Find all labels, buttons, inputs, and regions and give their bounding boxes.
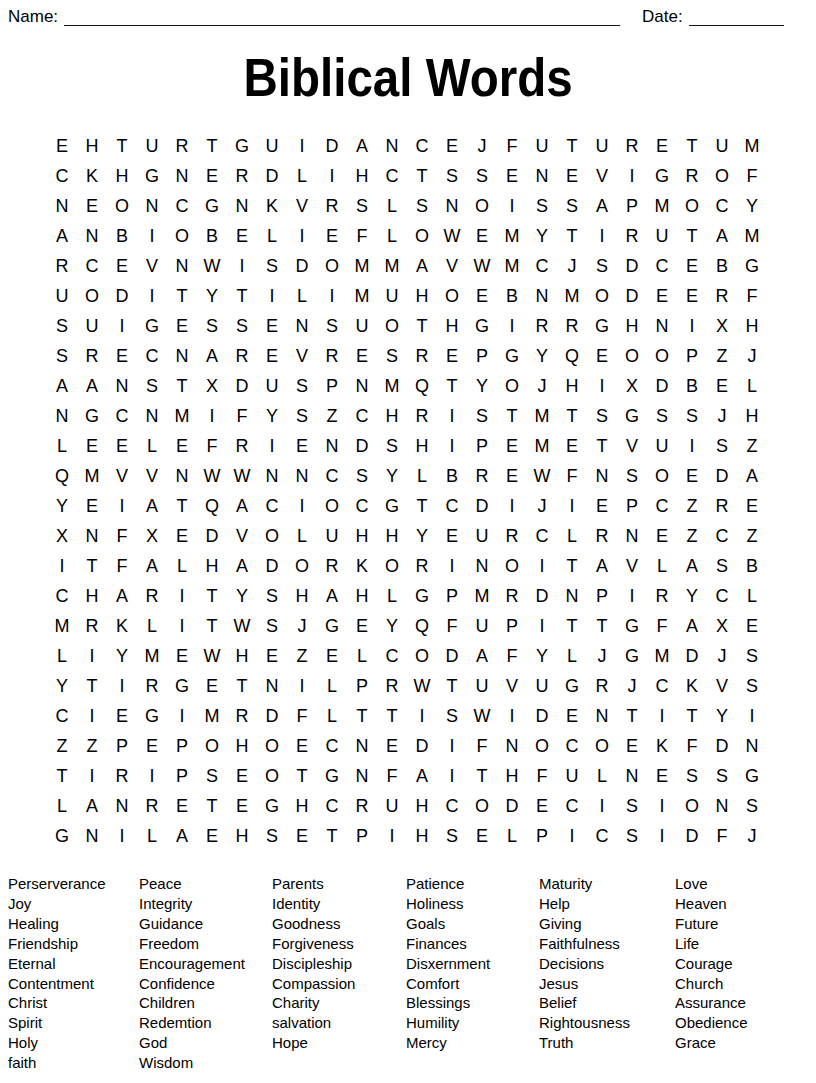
grid-cell-r14c6[interactable]: D: [197, 521, 227, 551]
grid-cell-r15c15[interactable]: N: [467, 551, 497, 581]
grid-cell-r20c10[interactable]: L: [317, 701, 347, 731]
grid-cell-r11c11[interactable]: D: [347, 431, 377, 461]
grid-cell-r21c23[interactable]: D: [707, 731, 737, 761]
grid-cell-r22c11[interactable]: N: [347, 761, 377, 791]
grid-cell-r13c14[interactable]: C: [437, 491, 467, 521]
grid-cell-r13c7[interactable]: A: [227, 491, 257, 521]
grid-cell-r9c18[interactable]: H: [557, 371, 587, 401]
grid-cell-r4c12[interactable]: L: [377, 221, 407, 251]
grid-cell-r24c17[interactable]: P: [527, 821, 557, 851]
grid-cell-r23c3[interactable]: N: [107, 791, 137, 821]
grid-cell-r16c20[interactable]: I: [617, 581, 647, 611]
grid-cell-r12c21[interactable]: O: [647, 461, 677, 491]
grid-cell-r21c17[interactable]: O: [527, 731, 557, 761]
grid-cell-r20c4[interactable]: G: [137, 701, 167, 731]
grid-cell-r6c3[interactable]: D: [107, 281, 137, 311]
grid-cell-r18c20[interactable]: G: [617, 641, 647, 671]
grid-cell-r7c17[interactable]: R: [527, 311, 557, 341]
grid-cell-r17c14[interactable]: F: [437, 611, 467, 641]
grid-cell-r23c12[interactable]: U: [377, 791, 407, 821]
grid-cell-r6c20[interactable]: D: [617, 281, 647, 311]
grid-cell-r6c15[interactable]: E: [467, 281, 497, 311]
grid-cell-r18c16[interactable]: F: [497, 641, 527, 671]
grid-cell-r21c3[interactable]: P: [107, 731, 137, 761]
grid-cell-r3c18[interactable]: S: [557, 191, 587, 221]
grid-cell-r10c15[interactable]: S: [467, 401, 497, 431]
grid-cell-r10c9[interactable]: S: [287, 401, 317, 431]
grid-cell-r4c19[interactable]: I: [587, 221, 617, 251]
grid-cell-r10c10[interactable]: Z: [317, 401, 347, 431]
grid-cell-r1c10[interactable]: D: [317, 131, 347, 161]
grid-cell-r4c8[interactable]: L: [257, 221, 287, 251]
grid-cell-r12c13[interactable]: L: [407, 461, 437, 491]
grid-cell-r1c13[interactable]: C: [407, 131, 437, 161]
grid-cell-r8c9[interactable]: V: [287, 341, 317, 371]
grid-cell-r18c14[interactable]: D: [437, 641, 467, 671]
grid-cell-r13c8[interactable]: C: [257, 491, 287, 521]
grid-cell-r2c16[interactable]: E: [497, 161, 527, 191]
grid-cell-r16c15[interactable]: M: [467, 581, 497, 611]
grid-cell-r7c8[interactable]: E: [257, 311, 287, 341]
grid-cell-r23c10[interactable]: C: [317, 791, 347, 821]
grid-cell-r18c11[interactable]: L: [347, 641, 377, 671]
grid-cell-r17c18[interactable]: T: [557, 611, 587, 641]
grid-cell-r17c12[interactable]: Y: [377, 611, 407, 641]
grid-cell-r12c18[interactable]: F: [557, 461, 587, 491]
grid-cell-r16c23[interactable]: C: [707, 581, 737, 611]
grid-cell-r12c17[interactable]: W: [527, 461, 557, 491]
grid-cell-r10c19[interactable]: S: [587, 401, 617, 431]
grid-cell-r22c24[interactable]: G: [737, 761, 767, 791]
grid-cell-r15c24[interactable]: B: [737, 551, 767, 581]
grid-cell-r6c22[interactable]: E: [677, 281, 707, 311]
grid-cell-r22c20[interactable]: N: [617, 761, 647, 791]
grid-cell-r22c18[interactable]: U: [557, 761, 587, 791]
grid-cell-r21c10[interactable]: C: [317, 731, 347, 761]
grid-cell-r19c22[interactable]: K: [677, 671, 707, 701]
grid-cell-r4c5[interactable]: O: [167, 221, 197, 251]
grid-cell-r19c1[interactable]: Y: [47, 671, 77, 701]
grid-cell-r16c9[interactable]: H: [287, 581, 317, 611]
grid-cell-r4c4[interactable]: I: [137, 221, 167, 251]
name-blank-line[interactable]: [64, 6, 620, 26]
grid-cell-r18c19[interactable]: J: [587, 641, 617, 671]
grid-cell-r4c23[interactable]: A: [707, 221, 737, 251]
grid-cell-r20c8[interactable]: D: [257, 701, 287, 731]
grid-cell-r2c21[interactable]: G: [647, 161, 677, 191]
grid-cell-r2c19[interactable]: V: [587, 161, 617, 191]
grid-cell-r18c23[interactable]: J: [707, 641, 737, 671]
grid-cell-r23c4[interactable]: R: [137, 791, 167, 821]
grid-cell-r24c18[interactable]: I: [557, 821, 587, 851]
grid-cell-r6c14[interactable]: O: [437, 281, 467, 311]
grid-cell-r11c20[interactable]: V: [617, 431, 647, 461]
grid-cell-r3c24[interactable]: Y: [737, 191, 767, 221]
grid-cell-r15c21[interactable]: L: [647, 551, 677, 581]
grid-cell-r13c22[interactable]: Z: [677, 491, 707, 521]
grid-cell-r18c15[interactable]: A: [467, 641, 497, 671]
grid-cell-r3c23[interactable]: C: [707, 191, 737, 221]
grid-cell-r20c20[interactable]: T: [617, 701, 647, 731]
grid-cell-r15c12[interactable]: O: [377, 551, 407, 581]
grid-cell-r3c15[interactable]: O: [467, 191, 497, 221]
grid-cell-r6c18[interactable]: M: [557, 281, 587, 311]
grid-cell-r13c5[interactable]: T: [167, 491, 197, 521]
grid-cell-r3c2[interactable]: E: [77, 191, 107, 221]
grid-cell-r24c24[interactable]: J: [737, 821, 767, 851]
grid-cell-r10c21[interactable]: S: [647, 401, 677, 431]
grid-cell-r23c6[interactable]: T: [197, 791, 227, 821]
grid-cell-r12c4[interactable]: V: [137, 461, 167, 491]
grid-cell-r24c8[interactable]: S: [257, 821, 287, 851]
grid-cell-r14c20[interactable]: N: [617, 521, 647, 551]
grid-cell-r9c1[interactable]: A: [47, 371, 77, 401]
grid-cell-r24c7[interactable]: H: [227, 821, 257, 851]
grid-cell-r21c9[interactable]: E: [287, 731, 317, 761]
grid-cell-r17c19[interactable]: T: [587, 611, 617, 641]
grid-cell-r5c13[interactable]: A: [407, 251, 437, 281]
grid-cell-r16c17[interactable]: D: [527, 581, 557, 611]
grid-cell-r3c8[interactable]: K: [257, 191, 287, 221]
grid-cell-r3c14[interactable]: N: [437, 191, 467, 221]
grid-cell-r3c22[interactable]: O: [677, 191, 707, 221]
grid-cell-r14c1[interactable]: X: [47, 521, 77, 551]
grid-cell-r23c9[interactable]: H: [287, 791, 317, 821]
grid-cell-r15c14[interactable]: I: [437, 551, 467, 581]
grid-cell-r15c4[interactable]: A: [137, 551, 167, 581]
grid-cell-r1c21[interactable]: E: [647, 131, 677, 161]
grid-cell-r3c17[interactable]: S: [527, 191, 557, 221]
grid-cell-r15c19[interactable]: A: [587, 551, 617, 581]
grid-cell-r23c22[interactable]: O: [677, 791, 707, 821]
grid-cell-r20c12[interactable]: T: [377, 701, 407, 731]
grid-cell-r9c23[interactable]: E: [707, 371, 737, 401]
grid-cell-r13c17[interactable]: J: [527, 491, 557, 521]
grid-cell-r11c8[interactable]: I: [257, 431, 287, 461]
grid-cell-r14c5[interactable]: E: [167, 521, 197, 551]
grid-cell-r7c15[interactable]: G: [467, 311, 497, 341]
grid-cell-r12c1[interactable]: Q: [47, 461, 77, 491]
grid-cell-r2c18[interactable]: E: [557, 161, 587, 191]
grid-cell-r19c15[interactable]: U: [467, 671, 497, 701]
grid-cell-r17c7[interactable]: W: [227, 611, 257, 641]
grid-cell-r1c15[interactable]: J: [467, 131, 497, 161]
grid-cell-r16c21[interactable]: R: [647, 581, 677, 611]
grid-cell-r5c10[interactable]: O: [317, 251, 347, 281]
grid-cell-r2c4[interactable]: G: [137, 161, 167, 191]
grid-cell-r17c16[interactable]: P: [497, 611, 527, 641]
grid-cell-r24c5[interactable]: A: [167, 821, 197, 851]
grid-cell-r13c12[interactable]: G: [377, 491, 407, 521]
grid-cell-r11c2[interactable]: E: [77, 431, 107, 461]
grid-cell-r11c5[interactable]: E: [167, 431, 197, 461]
grid-cell-r17c20[interactable]: G: [617, 611, 647, 641]
grid-cell-r6c5[interactable]: T: [167, 281, 197, 311]
grid-cell-r7c10[interactable]: S: [317, 311, 347, 341]
grid-cell-r19c16[interactable]: V: [497, 671, 527, 701]
grid-cell-r19c24[interactable]: S: [737, 671, 767, 701]
grid-cell-r6c19[interactable]: O: [587, 281, 617, 311]
grid-cell-r9c24[interactable]: L: [737, 371, 767, 401]
grid-cell-r22c14[interactable]: I: [437, 761, 467, 791]
grid-cell-r19c17[interactable]: U: [527, 671, 557, 701]
grid-cell-r24c20[interactable]: S: [617, 821, 647, 851]
grid-cell-r19c13[interactable]: W: [407, 671, 437, 701]
grid-cell-r16c12[interactable]: L: [377, 581, 407, 611]
grid-cell-r11c16[interactable]: E: [497, 431, 527, 461]
grid-cell-r5c24[interactable]: G: [737, 251, 767, 281]
grid-cell-r9c4[interactable]: S: [137, 371, 167, 401]
grid-cell-r4c1[interactable]: A: [47, 221, 77, 251]
grid-cell-r17c5[interactable]: I: [167, 611, 197, 641]
grid-cell-r23c15[interactable]: O: [467, 791, 497, 821]
grid-cell-r18c12[interactable]: C: [377, 641, 407, 671]
grid-cell-r3c19[interactable]: A: [587, 191, 617, 221]
grid-cell-r5c11[interactable]: M: [347, 251, 377, 281]
grid-cell-r8c3[interactable]: E: [107, 341, 137, 371]
grid-cell-r14c14[interactable]: E: [437, 521, 467, 551]
grid-cell-r3c4[interactable]: N: [137, 191, 167, 221]
grid-cell-r21c16[interactable]: N: [497, 731, 527, 761]
grid-cell-r8c13[interactable]: R: [407, 341, 437, 371]
grid-cell-r7c18[interactable]: R: [557, 311, 587, 341]
grid-cell-r3c20[interactable]: P: [617, 191, 647, 221]
grid-cell-r19c4[interactable]: R: [137, 671, 167, 701]
grid-cell-r24c13[interactable]: H: [407, 821, 437, 851]
grid-cell-r14c4[interactable]: X: [137, 521, 167, 551]
grid-cell-r4c21[interactable]: U: [647, 221, 677, 251]
grid-cell-r16c2[interactable]: H: [77, 581, 107, 611]
grid-cell-r7c6[interactable]: S: [197, 311, 227, 341]
grid-cell-r22c19[interactable]: L: [587, 761, 617, 791]
grid-cell-r15c17[interactable]: I: [527, 551, 557, 581]
grid-cell-r24c23[interactable]: F: [707, 821, 737, 851]
grid-cell-r24c21[interactable]: I: [647, 821, 677, 851]
grid-cell-r22c9[interactable]: T: [287, 761, 317, 791]
grid-cell-r8c1[interactable]: S: [47, 341, 77, 371]
grid-cell-r3c9[interactable]: V: [287, 191, 317, 221]
grid-cell-r16c16[interactable]: R: [497, 581, 527, 611]
grid-cell-r18c22[interactable]: D: [677, 641, 707, 671]
grid-cell-r7c24[interactable]: H: [737, 311, 767, 341]
grid-cell-r21c20[interactable]: E: [617, 731, 647, 761]
grid-cell-r19c6[interactable]: E: [197, 671, 227, 701]
grid-cell-r3c11[interactable]: S: [347, 191, 377, 221]
grid-cell-r2c24[interactable]: F: [737, 161, 767, 191]
grid-cell-r22c4[interactable]: I: [137, 761, 167, 791]
grid-cell-r9c19[interactable]: I: [587, 371, 617, 401]
grid-cell-r13c20[interactable]: P: [617, 491, 647, 521]
grid-cell-r15c13[interactable]: R: [407, 551, 437, 581]
grid-cell-r1c6[interactable]: T: [197, 131, 227, 161]
grid-cell-r4c18[interactable]: T: [557, 221, 587, 251]
grid-cell-r13c3[interactable]: I: [107, 491, 137, 521]
grid-cell-r10c5[interactable]: M: [167, 401, 197, 431]
grid-cell-r4c13[interactable]: O: [407, 221, 437, 251]
grid-cell-r9c5[interactable]: T: [167, 371, 197, 401]
grid-cell-r1c14[interactable]: E: [437, 131, 467, 161]
grid-cell-r18c7[interactable]: H: [227, 641, 257, 671]
grid-cell-r18c5[interactable]: E: [167, 641, 197, 671]
grid-cell-r15c11[interactable]: K: [347, 551, 377, 581]
grid-cell-r19c20[interactable]: J: [617, 671, 647, 701]
grid-cell-r15c8[interactable]: D: [257, 551, 287, 581]
grid-cell-r6c13[interactable]: H: [407, 281, 437, 311]
grid-cell-r23c1[interactable]: L: [47, 791, 77, 821]
grid-cell-r11c19[interactable]: T: [587, 431, 617, 461]
grid-cell-r4c22[interactable]: T: [677, 221, 707, 251]
grid-cell-r17c2[interactable]: R: [77, 611, 107, 641]
grid-cell-r12c15[interactable]: R: [467, 461, 497, 491]
grid-cell-r18c1[interactable]: L: [47, 641, 77, 671]
date-blank-line[interactable]: [689, 6, 784, 26]
grid-cell-r21c7[interactable]: H: [227, 731, 257, 761]
grid-cell-r17c11[interactable]: E: [347, 611, 377, 641]
grid-cell-r4c9[interactable]: I: [287, 221, 317, 251]
grid-cell-r8c14[interactable]: E: [437, 341, 467, 371]
grid-cell-r19c18[interactable]: G: [557, 671, 587, 701]
grid-cell-r13c16[interactable]: I: [497, 491, 527, 521]
grid-cell-r7c1[interactable]: S: [47, 311, 77, 341]
grid-cell-r8c8[interactable]: E: [257, 341, 287, 371]
grid-cell-r5c17[interactable]: C: [527, 251, 557, 281]
grid-cell-r6c6[interactable]: Y: [197, 281, 227, 311]
grid-cell-r16c11[interactable]: H: [347, 581, 377, 611]
grid-cell-r21c24[interactable]: N: [737, 731, 767, 761]
grid-cell-r10c24[interactable]: H: [737, 401, 767, 431]
grid-cell-r11c10[interactable]: N: [317, 431, 347, 461]
grid-cell-r13c24[interactable]: E: [737, 491, 767, 521]
grid-cell-r3c13[interactable]: S: [407, 191, 437, 221]
grid-cell-r10c11[interactable]: C: [347, 401, 377, 431]
grid-cell-r9c22[interactable]: B: [677, 371, 707, 401]
grid-cell-r16c5[interactable]: I: [167, 581, 197, 611]
grid-cell-r19c7[interactable]: T: [227, 671, 257, 701]
grid-cell-r13c13[interactable]: T: [407, 491, 437, 521]
grid-cell-r22c5[interactable]: P: [167, 761, 197, 791]
grid-cell-r17c23[interactable]: X: [707, 611, 737, 641]
grid-cell-r9c13[interactable]: Q: [407, 371, 437, 401]
grid-cell-r15c22[interactable]: A: [677, 551, 707, 581]
grid-cell-r22c12[interactable]: F: [377, 761, 407, 791]
grid-cell-r16c19[interactable]: P: [587, 581, 617, 611]
grid-cell-r20c6[interactable]: M: [197, 701, 227, 731]
grid-cell-r4c20[interactable]: R: [617, 221, 647, 251]
grid-cell-r17c24[interactable]: E: [737, 611, 767, 641]
grid-cell-r11c15[interactable]: P: [467, 431, 497, 461]
grid-cell-r8c19[interactable]: E: [587, 341, 617, 371]
grid-cell-r1c4[interactable]: U: [137, 131, 167, 161]
grid-cell-r6c16[interactable]: B: [497, 281, 527, 311]
grid-cell-r23c5[interactable]: E: [167, 791, 197, 821]
grid-cell-r1c16[interactable]: F: [497, 131, 527, 161]
grid-cell-r12c20[interactable]: S: [617, 461, 647, 491]
grid-cell-r14c15[interactable]: U: [467, 521, 497, 551]
grid-cell-r23c21[interactable]: I: [647, 791, 677, 821]
grid-cell-r9c16[interactable]: O: [497, 371, 527, 401]
grid-cell-r23c8[interactable]: G: [257, 791, 287, 821]
grid-cell-r17c13[interactable]: Q: [407, 611, 437, 641]
grid-cell-r23c16[interactable]: D: [497, 791, 527, 821]
grid-cell-r17c17[interactable]: I: [527, 611, 557, 641]
grid-cell-r20c13[interactable]: I: [407, 701, 437, 731]
grid-cell-r6c17[interactable]: N: [527, 281, 557, 311]
grid-cell-r18c9[interactable]: Z: [287, 641, 317, 671]
grid-cell-r12c6[interactable]: W: [197, 461, 227, 491]
grid-cell-r13c23[interactable]: R: [707, 491, 737, 521]
grid-cell-r20c18[interactable]: E: [557, 701, 587, 731]
grid-cell-r20c21[interactable]: I: [647, 701, 677, 731]
grid-cell-r23c24[interactable]: S: [737, 791, 767, 821]
grid-cell-r12c7[interactable]: W: [227, 461, 257, 491]
grid-cell-r6c1[interactable]: U: [47, 281, 77, 311]
grid-cell-r22c2[interactable]: I: [77, 761, 107, 791]
grid-cell-r23c19[interactable]: I: [587, 791, 617, 821]
grid-cell-r24c4[interactable]: L: [137, 821, 167, 851]
grid-cell-r8c21[interactable]: O: [647, 341, 677, 371]
grid-cell-r5c20[interactable]: D: [617, 251, 647, 281]
grid-cell-r6c12[interactable]: U: [377, 281, 407, 311]
grid-cell-r1c8[interactable]: U: [257, 131, 287, 161]
grid-cell-r1c22[interactable]: T: [677, 131, 707, 161]
grid-cell-r5c7[interactable]: I: [227, 251, 257, 281]
grid-cell-r14c13[interactable]: Y: [407, 521, 437, 551]
grid-cell-r19c23[interactable]: V: [707, 671, 737, 701]
grid-cell-r20c5[interactable]: I: [167, 701, 197, 731]
grid-cell-r8c24[interactable]: J: [737, 341, 767, 371]
grid-cell-r5c23[interactable]: B: [707, 251, 737, 281]
grid-cell-r21c2[interactable]: Z: [77, 731, 107, 761]
grid-cell-r8c11[interactable]: E: [347, 341, 377, 371]
grid-cell-r7c13[interactable]: T: [407, 311, 437, 341]
grid-cell-r11c3[interactable]: E: [107, 431, 137, 461]
grid-cell-r21c21[interactable]: K: [647, 731, 677, 761]
grid-cell-r8c4[interactable]: C: [137, 341, 167, 371]
grid-cell-r2c13[interactable]: T: [407, 161, 437, 191]
grid-cell-r14c22[interactable]: Z: [677, 521, 707, 551]
grid-cell-r22c15[interactable]: T: [467, 761, 497, 791]
grid-cell-r20c15[interactable]: W: [467, 701, 497, 731]
grid-cell-r24c11[interactable]: P: [347, 821, 377, 851]
grid-cell-r7c22[interactable]: I: [677, 311, 707, 341]
grid-cell-r14c8[interactable]: O: [257, 521, 287, 551]
grid-cell-r5c12[interactable]: M: [377, 251, 407, 281]
grid-cell-r12c22[interactable]: E: [677, 461, 707, 491]
grid-cell-r15c1[interactable]: I: [47, 551, 77, 581]
grid-cell-r23c7[interactable]: E: [227, 791, 257, 821]
grid-cell-r14c12[interactable]: H: [377, 521, 407, 551]
grid-cell-r12c12[interactable]: Y: [377, 461, 407, 491]
grid-cell-r11c9[interactable]: E: [287, 431, 317, 461]
grid-cell-r23c23[interactable]: N: [707, 791, 737, 821]
grid-cell-r22c3[interactable]: R: [107, 761, 137, 791]
grid-cell-r23c14[interactable]: C: [437, 791, 467, 821]
grid-cell-r24c12[interactable]: I: [377, 821, 407, 851]
grid-cell-r11c6[interactable]: F: [197, 431, 227, 461]
grid-cell-r20c9[interactable]: F: [287, 701, 317, 731]
grid-cell-r12c10[interactable]: C: [317, 461, 347, 491]
grid-cell-r4c10[interactable]: E: [317, 221, 347, 251]
grid-cell-r10c7[interactable]: F: [227, 401, 257, 431]
grid-cell-r10c1[interactable]: N: [47, 401, 77, 431]
grid-cell-r10c12[interactable]: H: [377, 401, 407, 431]
grid-cell-r2c11[interactable]: H: [347, 161, 377, 191]
grid-cell-r16c22[interactable]: Y: [677, 581, 707, 611]
grid-cell-r17c22[interactable]: A: [677, 611, 707, 641]
grid-cell-r21c15[interactable]: F: [467, 731, 497, 761]
grid-cell-r2c6[interactable]: E: [197, 161, 227, 191]
grid-cell-r20c1[interactable]: C: [47, 701, 77, 731]
